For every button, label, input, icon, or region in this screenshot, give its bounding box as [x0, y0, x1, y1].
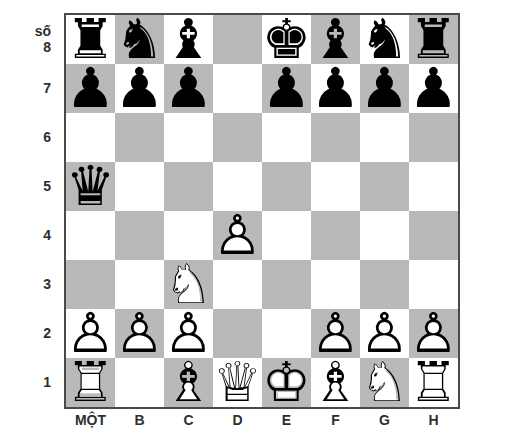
- square-a6[interactable]: [66, 113, 115, 162]
- square-d8[interactable]: [213, 15, 262, 64]
- square-h3[interactable]: [409, 260, 458, 309]
- white-bishop-icon: ♗: [311, 358, 360, 407]
- file-label-d: D: [213, 407, 262, 433]
- black-knight-icon: ♞: [115, 15, 164, 64]
- white-pawn-icon: ♙: [409, 309, 458, 358]
- square-a2[interactable]: ♟♙: [66, 309, 115, 358]
- black-queen-icon: ♛: [66, 162, 115, 211]
- square-f7[interactable]: ♟: [311, 64, 360, 113]
- square-b8[interactable]: ♞: [115, 15, 164, 64]
- square-g5[interactable]: [360, 162, 409, 211]
- black-bishop-icon: ♝: [311, 15, 360, 64]
- rank-label-1: 1: [0, 358, 58, 407]
- square-g3[interactable]: [360, 260, 409, 309]
- square-b6[interactable]: [115, 113, 164, 162]
- black-knight-icon: ♞: [360, 15, 409, 64]
- file-label-f: F: [311, 407, 360, 433]
- chess-diagram: số 87654321 ♜♞♝♚♝♞♜♟♟♟♟♟♟♟♛♟♙♞♘♟♙♟♙♟♙♟♙♟…: [0, 0, 509, 437]
- square-a5[interactable]: ♛: [66, 162, 115, 211]
- white-pawn-icon: ♟: [213, 211, 262, 260]
- rank-label-4: 4: [0, 211, 58, 260]
- white-bishop-icon: ♗: [164, 358, 213, 407]
- white-rook-icon: ♖: [66, 358, 115, 407]
- square-h6[interactable]: [409, 113, 458, 162]
- white-king-icon: ♚: [262, 358, 311, 407]
- square-f2[interactable]: ♟♙: [311, 309, 360, 358]
- file-label-e: E: [262, 407, 311, 433]
- square-f3[interactable]: [311, 260, 360, 309]
- square-h8[interactable]: ♜: [409, 15, 458, 64]
- white-knight-icon: ♘: [360, 358, 409, 407]
- square-a4[interactable]: [66, 211, 115, 260]
- square-f6[interactable]: [311, 113, 360, 162]
- black-pawn-icon: ♟: [164, 64, 213, 113]
- white-pawn-icon: ♟: [115, 309, 164, 358]
- white-pawn-icon: ♙: [360, 309, 409, 358]
- white-pawn-icon: ♟: [360, 309, 409, 358]
- white-pawn-icon: ♙: [115, 309, 164, 358]
- black-rook-icon: ♜: [409, 15, 458, 64]
- square-h5[interactable]: [409, 162, 458, 211]
- file-label-b: B: [115, 407, 164, 433]
- square-e1[interactable]: ♚♔: [262, 358, 311, 407]
- white-pawn-icon: ♙: [311, 309, 360, 358]
- square-b7[interactable]: ♟: [115, 64, 164, 113]
- square-d4[interactable]: ♟♙: [213, 211, 262, 260]
- rank-label-8: số 8: [0, 15, 58, 64]
- white-bishop-icon: ♝: [311, 358, 360, 407]
- square-d1[interactable]: ♛♕: [213, 358, 262, 407]
- rank-label-6: 6: [0, 113, 58, 162]
- square-f4[interactable]: [311, 211, 360, 260]
- square-e2[interactable]: [262, 309, 311, 358]
- square-e6[interactable]: [262, 113, 311, 162]
- black-bishop-icon: ♝: [164, 15, 213, 64]
- square-c5[interactable]: [164, 162, 213, 211]
- square-b5[interactable]: [115, 162, 164, 211]
- white-rook-icon: ♖: [409, 358, 458, 407]
- white-pawn-icon: ♟: [164, 309, 213, 358]
- square-d2[interactable]: [213, 309, 262, 358]
- file-label-a: MỘT: [66, 407, 115, 433]
- square-f1[interactable]: ♝♗: [311, 358, 360, 407]
- square-c2[interactable]: ♟♙: [164, 309, 213, 358]
- square-c6[interactable]: [164, 113, 213, 162]
- square-c1[interactable]: ♝♗: [164, 358, 213, 407]
- black-pawn-icon: ♟: [262, 64, 311, 113]
- rank-label-7: 7: [0, 64, 58, 113]
- white-pawn-icon: ♟: [409, 309, 458, 358]
- square-a3[interactable]: [66, 260, 115, 309]
- square-g7[interactable]: ♟: [360, 64, 409, 113]
- black-pawn-icon: ♟: [360, 64, 409, 113]
- square-g6[interactable]: [360, 113, 409, 162]
- square-h7[interactable]: ♟: [409, 64, 458, 113]
- square-d3[interactable]: [213, 260, 262, 309]
- square-a8[interactable]: ♜: [66, 15, 115, 64]
- chess-board: ♜♞♝♚♝♞♜♟♟♟♟♟♟♟♛♟♙♞♘♟♙♟♙♟♙♟♙♟♙♟♙♜♖♝♗♛♕♚♔♝…: [64, 13, 460, 409]
- white-bishop-icon: ♝: [164, 358, 213, 407]
- white-pawn-icon: ♙: [164, 309, 213, 358]
- square-e7[interactable]: ♟: [262, 64, 311, 113]
- rank-label-2: 2: [0, 309, 58, 358]
- white-queen-icon: ♛: [213, 358, 262, 407]
- square-e8[interactable]: ♚: [262, 15, 311, 64]
- square-c3[interactable]: ♞♘: [164, 260, 213, 309]
- square-g1[interactable]: ♞♘: [360, 358, 409, 407]
- white-knight-icon: ♞: [360, 358, 409, 407]
- square-g4[interactable]: [360, 211, 409, 260]
- square-c8[interactable]: ♝: [164, 15, 213, 64]
- rank-label-3: 3: [0, 260, 58, 309]
- square-b2[interactable]: ♟♙: [115, 309, 164, 358]
- black-rook-icon: ♜: [66, 15, 115, 64]
- square-d7[interactable]: [213, 64, 262, 113]
- white-pawn-icon: ♙: [213, 211, 262, 260]
- white-king-icon: ♔: [262, 358, 311, 407]
- file-labels: MỘTBCDEFGH: [66, 407, 458, 433]
- white-pawn-icon: ♙: [66, 309, 115, 358]
- file-label-c: C: [164, 407, 213, 433]
- square-d5[interactable]: [213, 162, 262, 211]
- square-f5[interactable]: [311, 162, 360, 211]
- square-g2[interactable]: ♟♙: [360, 309, 409, 358]
- black-king-icon: ♚: [262, 15, 311, 64]
- square-e3[interactable]: [262, 260, 311, 309]
- white-pawn-icon: ♟: [66, 309, 115, 358]
- white-rook-icon: ♜: [409, 358, 458, 407]
- square-b4[interactable]: [115, 211, 164, 260]
- square-c7[interactable]: ♟: [164, 64, 213, 113]
- square-d6[interactable]: [213, 113, 262, 162]
- square-e5[interactable]: [262, 162, 311, 211]
- white-pawn-icon: ♟: [311, 309, 360, 358]
- white-rook-icon: ♜: [66, 358, 115, 407]
- black-pawn-icon: ♟: [115, 64, 164, 113]
- square-b1[interactable]: [115, 358, 164, 407]
- file-label-h: H: [409, 407, 458, 433]
- black-pawn-icon: ♟: [66, 64, 115, 113]
- square-g8[interactable]: ♞: [360, 15, 409, 64]
- file-label-g: G: [360, 407, 409, 433]
- rank-labels: số 87654321: [0, 15, 58, 407]
- square-h2[interactable]: ♟♙: [409, 309, 458, 358]
- white-knight-icon: ♘: [164, 260, 213, 309]
- square-h4[interactable]: [409, 211, 458, 260]
- white-knight-icon: ♞: [164, 260, 213, 309]
- square-c4[interactable]: [164, 211, 213, 260]
- black-pawn-icon: ♟: [409, 64, 458, 113]
- square-b3[interactable]: [115, 260, 164, 309]
- square-a7[interactable]: ♟: [66, 64, 115, 113]
- square-f8[interactable]: ♝: [311, 15, 360, 64]
- square-h1[interactable]: ♜♖: [409, 358, 458, 407]
- white-queen-icon: ♕: [213, 358, 262, 407]
- rank-label-5: 5: [0, 162, 58, 211]
- black-pawn-icon: ♟: [311, 64, 360, 113]
- square-e4[interactable]: [262, 211, 311, 260]
- square-a1[interactable]: ♜♖: [66, 358, 115, 407]
